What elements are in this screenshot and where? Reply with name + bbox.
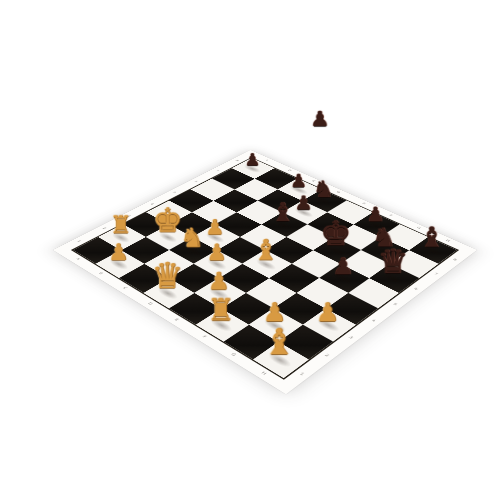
camera-scene: ♟♟♞♟♝♟♞♝♚♛♟♟♝♚♞♟♟♜♟♟♟♛♜♝ ABCDEFGH ABCDEF…	[0, 0, 500, 500]
piece-white-queen-d1[interactable]: ♛	[152, 258, 184, 294]
piece-white-rook-a2[interactable]: ♜	[110, 213, 132, 237]
product-photo-chess-set: ♟♟♞♟♝♟♞♝♚♛♟♟♝♚♞♟♟♜♟♟♟♛♜♝ ABCDEFGH ABCDEF…	[0, 0, 500, 500]
piece-black-bishop-d6[interactable]: ♝	[272, 199, 295, 225]
piece-white-pawn-c4[interactable]: ♟	[206, 217, 225, 238]
piece-white-knight-c3[interactable]: ♞	[180, 224, 204, 251]
chess-board-grid: ♟♟♞♟♝♟♞♝♚♛♟♟♝♚♞♟♟♜♟♟♟♛♜♝	[71, 157, 459, 380]
off-board-black-pawn[interactable]: ♟	[311, 109, 330, 290]
board-tilt-wrapper: ♟♟♞♟♝♟♞♝♚♛♟♟♝♚♞♟♟♜♟♟♟♛♜♝ ABCDEFGH ABCDEF…	[53, 150, 477, 394]
piece-white-king-b3[interactable]: ♚	[153, 204, 183, 237]
piece-black-pawn-c8[interactable]: ♟	[291, 172, 307, 190]
square-b1[interactable]: ♟	[96, 250, 145, 278]
piece-black-pawn-a8[interactable]: ♟	[245, 152, 260, 169]
vinyl-mat-border: ♟♟♞♟♝♟♞♝♚♛♟♟♝♚♞♟♟♜♟♟♟♛♜♝ ABCDEFGH ABCDEF…	[53, 150, 477, 394]
piece-white-pawn-b1[interactable]: ♟	[109, 242, 129, 265]
piece-white-bishop-e4[interactable]: ♝	[253, 236, 279, 265]
piece-black-queen-h6[interactable]: ♛	[378, 245, 408, 279]
piece-white-bishop-h1[interactable]: ♝	[263, 324, 295, 360]
piece-white-pawn-e2[interactable]: ♟	[208, 269, 230, 293]
square-h1[interactable]: ♝	[253, 341, 309, 377]
piece-black-pawn-g5[interactable]: ♟	[333, 255, 354, 278]
square-h8[interactable]: ♝	[409, 237, 457, 264]
piece-black-bishop-h8[interactable]: ♝	[420, 223, 445, 250]
piece-white-pawn-h3[interactable]: ♟	[316, 299, 339, 325]
piece-white-rook-f1[interactable]: ♜	[207, 295, 234, 325]
piece-white-pawn-d3[interactable]: ♟	[207, 242, 227, 265]
